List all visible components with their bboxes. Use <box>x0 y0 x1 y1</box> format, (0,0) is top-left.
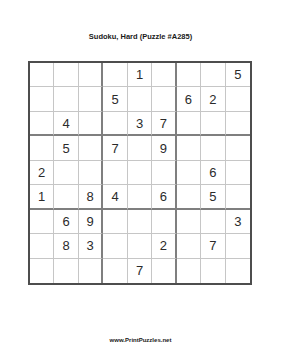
cell-r3c8[interactable] <box>201 112 225 136</box>
cell-r1c1[interactable] <box>30 63 54 87</box>
page-title: Sudoku, Hard (Puzzle #A285) <box>0 32 281 41</box>
cell-r7c4[interactable] <box>103 210 127 234</box>
footer-url: www.PrintPuzzles.net <box>0 337 281 343</box>
cell-r8c8[interactable]: 7 <box>201 234 225 258</box>
cell-r6c6[interactable]: 6 <box>152 185 176 209</box>
cell-r5c2[interactable] <box>54 161 78 185</box>
cell-r6c5[interactable] <box>128 185 152 209</box>
cell-r1c8[interactable] <box>201 63 225 87</box>
cell-r1c2[interactable] <box>54 63 78 87</box>
cell-r3c2[interactable]: 4 <box>54 112 78 136</box>
cell-r2c9[interactable] <box>226 87 250 111</box>
cell-r2c1[interactable] <box>30 87 54 111</box>
sudoku-board: 15562437579261846569383277 <box>28 61 252 285</box>
cell-r4c5[interactable] <box>128 136 152 160</box>
cell-r7c3[interactable]: 9 <box>79 210 103 234</box>
cell-r4c1[interactable] <box>30 136 54 160</box>
cell-r1c4[interactable] <box>103 63 127 87</box>
cell-r5c7[interactable] <box>177 161 201 185</box>
cell-r7c1[interactable] <box>30 210 54 234</box>
cell-r3c5[interactable]: 3 <box>128 112 152 136</box>
cell-r8c3[interactable]: 3 <box>79 234 103 258</box>
cell-r1c5[interactable]: 1 <box>128 63 152 87</box>
cell-r9c8[interactable] <box>201 259 225 283</box>
cell-r4c4[interactable]: 7 <box>103 136 127 160</box>
cell-r8c1[interactable] <box>30 234 54 258</box>
cell-r5c8[interactable]: 6 <box>201 161 225 185</box>
cell-r6c4[interactable]: 4 <box>103 185 127 209</box>
cell-r9c3[interactable] <box>79 259 103 283</box>
cell-r7c2[interactable]: 6 <box>54 210 78 234</box>
cell-r7c8[interactable] <box>201 210 225 234</box>
cell-r1c9[interactable]: 5 <box>226 63 250 87</box>
cell-r8c4[interactable] <box>103 234 127 258</box>
cell-r2c8[interactable]: 2 <box>201 87 225 111</box>
cell-r8c2[interactable]: 8 <box>54 234 78 258</box>
cell-r3c9[interactable] <box>226 112 250 136</box>
cell-r6c8[interactable]: 5 <box>201 185 225 209</box>
cell-r3c3[interactable] <box>79 112 103 136</box>
cell-r4c2[interactable]: 5 <box>54 136 78 160</box>
cell-r2c5[interactable] <box>128 87 152 111</box>
cell-r8c6[interactable]: 2 <box>152 234 176 258</box>
cell-r5c1[interactable]: 2 <box>30 161 54 185</box>
cell-r3c6[interactable]: 7 <box>152 112 176 136</box>
cell-r9c6[interactable] <box>152 259 176 283</box>
cell-r9c2[interactable] <box>54 259 78 283</box>
cell-r2c3[interactable] <box>79 87 103 111</box>
cell-r3c7[interactable] <box>177 112 201 136</box>
cell-r7c5[interactable] <box>128 210 152 234</box>
cell-r8c9[interactable] <box>226 234 250 258</box>
cell-r4c9[interactable] <box>226 136 250 160</box>
cell-r9c5[interactable]: 7 <box>128 259 152 283</box>
cell-r4c6[interactable]: 9 <box>152 136 176 160</box>
cell-r6c9[interactable] <box>226 185 250 209</box>
cell-r6c3[interactable]: 8 <box>79 185 103 209</box>
cell-r4c3[interactable] <box>79 136 103 160</box>
cell-r6c7[interactable] <box>177 185 201 209</box>
cell-r5c4[interactable] <box>103 161 127 185</box>
cell-r1c6[interactable] <box>152 63 176 87</box>
cell-r9c1[interactable] <box>30 259 54 283</box>
cell-r1c7[interactable] <box>177 63 201 87</box>
cell-r7c7[interactable] <box>177 210 201 234</box>
cell-r2c7[interactable]: 6 <box>177 87 201 111</box>
cell-r8c7[interactable] <box>177 234 201 258</box>
cell-r3c1[interactable] <box>30 112 54 136</box>
cell-r4c7[interactable] <box>177 136 201 160</box>
cell-r5c5[interactable] <box>128 161 152 185</box>
cell-r2c2[interactable] <box>54 87 78 111</box>
cell-r3c4[interactable] <box>103 112 127 136</box>
cell-r9c7[interactable] <box>177 259 201 283</box>
cell-r2c4[interactable]: 5 <box>103 87 127 111</box>
cell-r2c6[interactable] <box>152 87 176 111</box>
cell-r5c9[interactable] <box>226 161 250 185</box>
cell-r6c1[interactable]: 1 <box>30 185 54 209</box>
cell-r8c5[interactable] <box>128 234 152 258</box>
cell-r1c3[interactable] <box>79 63 103 87</box>
cell-r5c3[interactable] <box>79 161 103 185</box>
cell-r7c6[interactable] <box>152 210 176 234</box>
cell-r9c4[interactable] <box>103 259 127 283</box>
cell-r4c8[interactable] <box>201 136 225 160</box>
cell-r7c9[interactable]: 3 <box>226 210 250 234</box>
cell-r6c2[interactable] <box>54 185 78 209</box>
cell-r9c9[interactable] <box>226 259 250 283</box>
cell-r5c6[interactable] <box>152 161 176 185</box>
